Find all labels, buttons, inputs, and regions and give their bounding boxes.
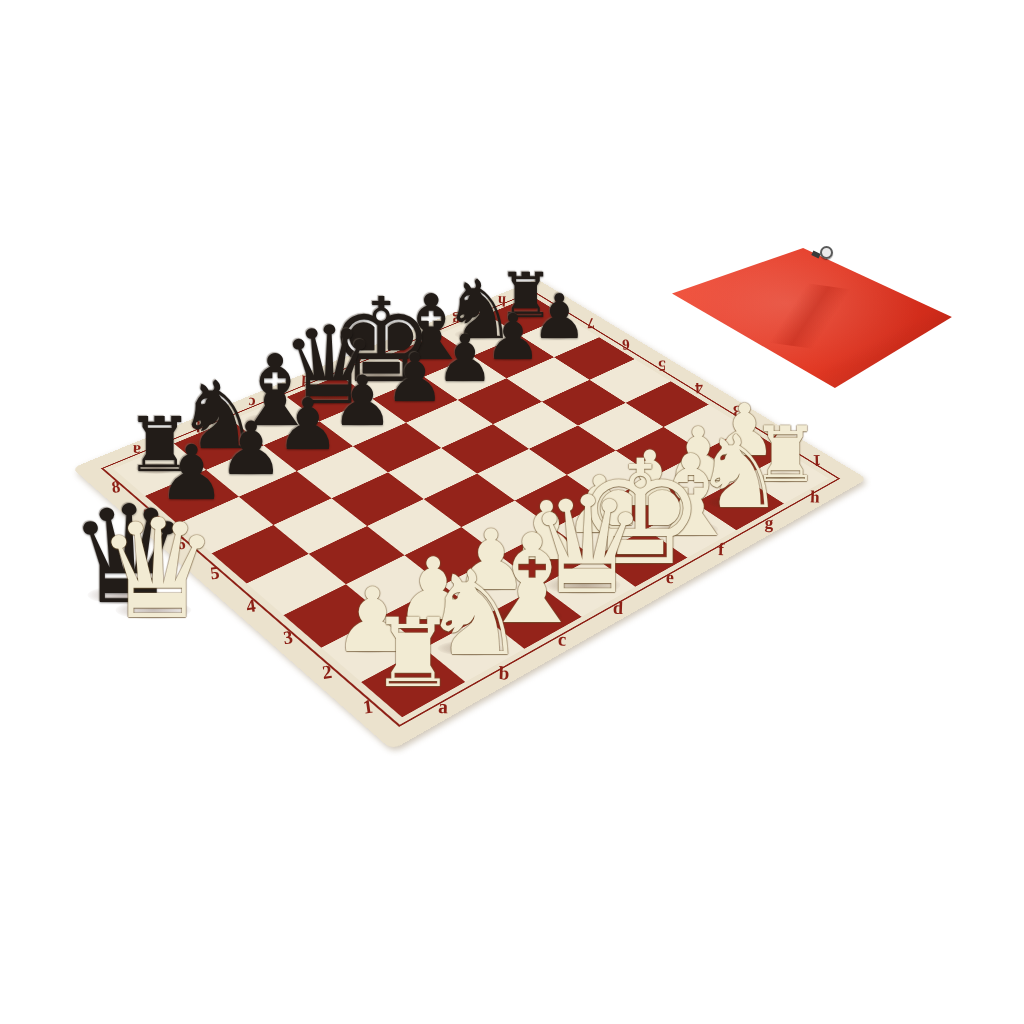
black-pawn-e7-glyph: ♟ bbox=[385, 346, 445, 413]
pieces-layer: ♜♞♟♝♟♚♟♛♟♝♟♞♟♟♜♟♟♜♟♟♞♟♝♟♚♟♛♛♛♟♝♟♞♜ bbox=[0, 0, 1024, 1024]
product-photo: aabbccddeeffgghh1122334455667788 ♜♞♟♝♟♚♟… bbox=[0, 0, 1024, 1024]
white-queen-extra-off-board-glyph: ♛ bbox=[96, 501, 219, 638]
zipper-pull-icon bbox=[820, 246, 833, 259]
black-pawn-d7-glyph: ♟ bbox=[332, 367, 394, 436]
black-pawn-c7-glyph: ♟ bbox=[276, 389, 340, 460]
white-rook-a1-glyph: ♜ bbox=[370, 606, 455, 701]
black-pawn-b7-glyph: ♟ bbox=[218, 412, 284, 485]
